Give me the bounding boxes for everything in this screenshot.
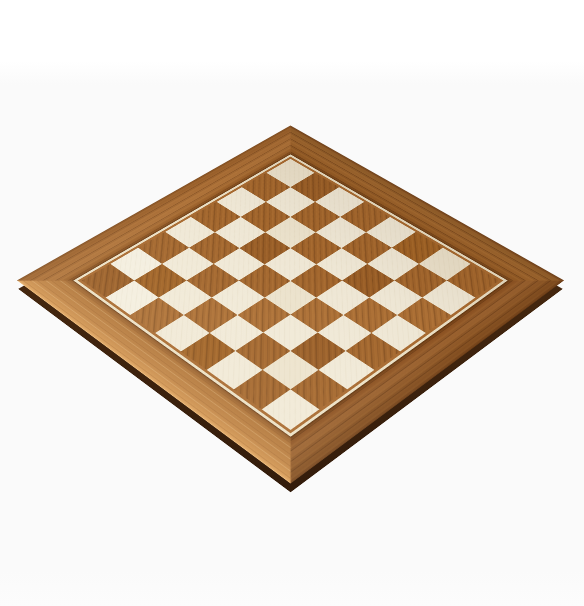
square-d1 <box>155 315 209 351</box>
square-g1 <box>234 370 290 409</box>
square-e2 <box>209 315 263 351</box>
square-f4 <box>291 297 345 332</box>
square-f1 <box>207 351 263 389</box>
square-h3 <box>318 351 374 389</box>
square-c1 <box>130 297 184 332</box>
square-h2 <box>291 370 347 409</box>
square-g6 <box>370 281 423 315</box>
square-h1 <box>262 389 319 429</box>
square-f2 <box>236 333 291 370</box>
square-e1 <box>181 333 236 370</box>
square-f5 <box>317 281 370 315</box>
board-scene <box>0 0 584 606</box>
square-h5 <box>372 315 426 351</box>
square-h7 <box>423 281 476 315</box>
square-g2 <box>263 351 319 389</box>
square-g5 <box>344 297 398 332</box>
product-photo <box>0 0 584 606</box>
square-c2 <box>158 281 211 315</box>
square-g3 <box>291 333 346 370</box>
square-h4 <box>345 333 400 370</box>
square-d2 <box>183 297 237 332</box>
square-f3 <box>263 315 317 351</box>
playing-field <box>82 159 499 430</box>
square-b1 <box>106 281 159 315</box>
square-d3 <box>211 281 264 315</box>
chessboard <box>17 125 564 483</box>
square-e4 <box>264 281 317 315</box>
square-e3 <box>237 297 291 332</box>
board-face <box>17 125 564 483</box>
square-g4 <box>318 315 372 351</box>
square-h6 <box>398 297 452 332</box>
